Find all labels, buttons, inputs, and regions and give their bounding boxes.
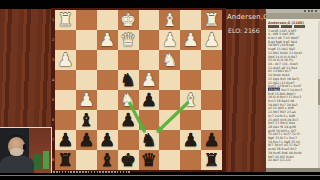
white-r-piece: ♜ — [203, 10, 219, 30]
square-a6[interactable] — [201, 110, 222, 130]
black-n-piece: ♞ — [120, 70, 136, 90]
square-b1[interactable] — [180, 10, 201, 30]
square-c2[interactable]: ♟ — [159, 30, 180, 50]
square-a4[interactable] — [201, 70, 222, 90]
square-h1[interactable]: ♜ — [55, 10, 76, 30]
black-k-piece: ♚ — [120, 150, 136, 170]
square-h4[interactable] — [55, 70, 76, 90]
white-p-piece: ♟ — [57, 50, 73, 70]
video-progress-line[interactable] — [0, 175, 320, 176]
square-e3[interactable] — [118, 50, 139, 70]
notation-panel: Andersen,G (2166)1.e4 c6 2.d4 d53.exd5 c… — [266, 9, 320, 172]
white-p-piece: ♟ — [141, 70, 157, 90]
square-g8[interactable] — [76, 150, 97, 170]
chess-app-window: 12345678 ♜♚♝♜♟♛♟♟♟♟♞♞♟♟♞♟♝♝♟♟♟♟♞♟♟♜♝♚♛♜ … — [0, 9, 320, 172]
square-g6[interactable]: ♝ — [76, 110, 97, 130]
square-d8[interactable]: ♛ — [139, 150, 160, 170]
black-n-piece: ♞ — [141, 130, 157, 150]
chess-board: 12345678 ♜♚♝♜♟♛♟♟♟♟♞♞♟♟♞♟♝♝♟♟♟♟♞♟♟♜♝♚♛♜ … — [51, 8, 226, 176]
square-g4[interactable] — [76, 70, 97, 90]
square-c8[interactable] — [159, 150, 180, 170]
square-e6[interactable]: ♟ — [118, 110, 139, 130]
presenter-beard — [10, 148, 23, 156]
square-b8[interactable] — [180, 150, 201, 170]
white-p-piece: ♟ — [183, 30, 199, 50]
square-g7[interactable]: ♟ — [76, 130, 97, 150]
square-f1[interactable] — [97, 10, 118, 30]
panel-tabs[interactable] — [266, 13, 320, 19]
square-e8[interactable]: ♚ — [118, 150, 139, 170]
white-b-piece: ♝ — [162, 10, 178, 30]
square-a5[interactable] — [201, 90, 222, 110]
square-f8[interactable]: ♝ — [97, 150, 118, 170]
square-b7[interactable]: ♟ — [180, 130, 201, 150]
black-r-piece: ♜ — [203, 150, 219, 170]
square-d1[interactable] — [139, 10, 160, 30]
square-c6[interactable] — [159, 110, 180, 130]
headset-earcup-icon — [23, 144, 26, 150]
move-list: Andersen,G (2166)1.e4 c6 2.d4 d53.exd5 c… — [268, 21, 318, 167]
caption-text — [53, 171, 131, 173]
square-g5[interactable]: ♟ — [76, 90, 97, 110]
webcam-shelf-object — [43, 151, 49, 170]
square-h7[interactable]: ♟ — [55, 130, 76, 150]
broadcast-frame: 12345678 ♜♚♝♜♟♛♟♟♟♟♞♞♟♟♞♟♝♝♟♟♟♟♞♟♟♜♝♚♛♜ … — [0, 0, 320, 180]
square-c4[interactable] — [159, 70, 180, 90]
square-h8[interactable]: ♜ — [55, 150, 76, 170]
square-a7[interactable]: ♟ — [201, 130, 222, 150]
black-b-piece: ♝ — [99, 150, 115, 170]
square-e5[interactable]: ♞ — [118, 90, 139, 110]
square-f3[interactable] — [97, 50, 118, 70]
square-e2[interactable]: ♛ — [118, 30, 139, 50]
square-g1[interactable] — [76, 10, 97, 30]
white-n-piece: ♞ — [162, 50, 178, 70]
square-g2[interactable] — [76, 30, 97, 50]
square-b4[interactable] — [180, 70, 201, 90]
letterbox-bottom — [0, 172, 320, 180]
white-q-piece: ♛ — [120, 30, 136, 50]
square-a1[interactable]: ♜ — [201, 10, 222, 30]
square-d7[interactable]: ♞ — [139, 130, 160, 150]
white-p-piece: ♟ — [99, 30, 115, 50]
square-e1[interactable]: ♚ — [118, 10, 139, 30]
square-h6[interactable] — [55, 110, 76, 130]
square-e4[interactable]: ♞ — [118, 70, 139, 90]
square-e7[interactable] — [118, 130, 139, 150]
square-b5[interactable]: ♝ — [180, 90, 201, 110]
black-b-piece: ♝ — [78, 110, 94, 130]
black-p-piece: ♟ — [203, 130, 219, 150]
white-p-piece: ♟ — [78, 90, 94, 110]
square-a3[interactable] — [201, 50, 222, 70]
square-f7[interactable]: ♟ — [97, 130, 118, 150]
square-h2[interactable] — [55, 30, 76, 50]
player-name: Andersen,G — [227, 13, 269, 21]
square-d6[interactable] — [139, 110, 160, 130]
square-c1[interactable]: ♝ — [159, 10, 180, 30]
black-q-piece: ♛ — [141, 150, 157, 170]
player-elo: ELO: 2166 — [228, 27, 260, 34]
square-a8[interactable]: ♜ — [201, 150, 222, 170]
black-p-piece: ♟ — [78, 130, 94, 150]
board-grid: ♜♚♝♜♟♛♟♟♟♟♞♞♟♟♞♟♝♝♟♟♟♟♞♟♟♜♝♚♛♜ — [55, 10, 222, 170]
square-b2[interactable]: ♟ — [180, 30, 201, 50]
square-b6[interactable] — [180, 110, 201, 130]
square-a2[interactable]: ♟ — [201, 30, 222, 50]
white-k-piece: ♚ — [120, 10, 136, 30]
black-p-piece: ♟ — [99, 130, 115, 150]
presenter-webcam — [0, 127, 52, 173]
square-d5[interactable]: ♟ — [139, 90, 160, 110]
black-r-piece: ♜ — [57, 150, 73, 170]
square-g3[interactable] — [76, 50, 97, 70]
white-p-piece: ♟ — [203, 30, 219, 50]
presenter-shoulders — [0, 155, 34, 173]
panel-controls-icon[interactable] — [304, 10, 318, 12]
white-r-piece: ♜ — [57, 10, 73, 30]
square-f2[interactable]: ♟ — [97, 30, 118, 50]
black-p-piece: ♟ — [183, 130, 199, 150]
square-f4[interactable] — [97, 70, 118, 90]
white-b-piece: ♝ — [183, 90, 199, 110]
square-f6[interactable] — [97, 110, 118, 130]
notation-line[interactable]: 42.Ke3 1/2-1/2 — [268, 158, 318, 162]
square-d4[interactable]: ♟ — [139, 70, 160, 90]
square-d2[interactable] — [139, 30, 160, 50]
square-b3[interactable] — [180, 50, 201, 70]
webcam-shelf-object — [34, 154, 42, 169]
white-n-piece: ♞ — [120, 90, 136, 110]
square-h3[interactable]: ♟ — [55, 50, 76, 70]
headset-band-icon — [8, 135, 25, 144]
black-p-piece: ♟ — [120, 110, 136, 130]
square-h5[interactable] — [55, 90, 76, 110]
square-c7[interactable] — [159, 130, 180, 150]
black-p-piece: ♟ — [57, 130, 73, 150]
square-c3[interactable]: ♞ — [159, 50, 180, 70]
square-f5[interactable] — [97, 90, 118, 110]
square-d3[interactable] — [139, 50, 160, 70]
white-p-piece: ♟ — [162, 30, 178, 50]
black-p-piece: ♟ — [141, 90, 157, 110]
square-c5[interactable] — [159, 90, 180, 110]
